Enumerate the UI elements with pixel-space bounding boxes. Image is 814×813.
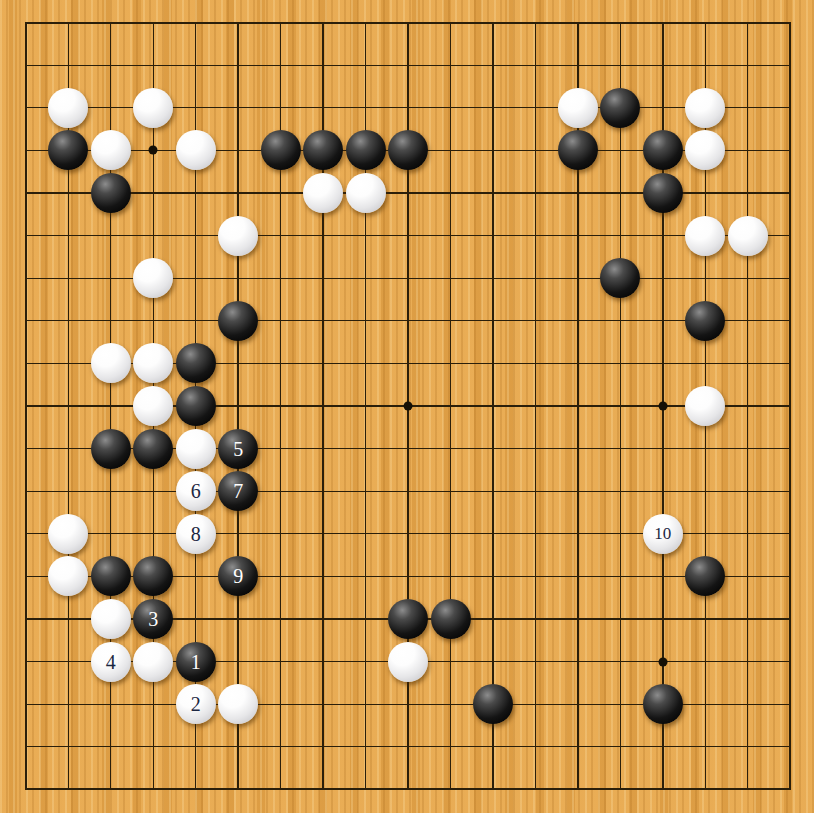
- stone-black: [303, 130, 343, 170]
- stone-white: [91, 130, 131, 170]
- grid-line-horizontal: [25, 491, 791, 492]
- move-number-label: 6: [191, 481, 201, 501]
- stone-white: [48, 514, 88, 554]
- stone-white: [685, 130, 725, 170]
- stone-white: 2: [176, 684, 216, 724]
- move-number-label: 7: [233, 481, 243, 501]
- stone-white: [558, 88, 598, 128]
- grid-line-vertical: [492, 22, 493, 791]
- stone-white: [685, 216, 725, 256]
- go-board[interactable]: 56781093412: [0, 0, 814, 813]
- stone-white: [218, 684, 258, 724]
- grid-line-vertical: [747, 22, 748, 791]
- stone-black: [91, 429, 131, 469]
- stone-black: 7: [218, 471, 258, 511]
- stone-white: [48, 556, 88, 596]
- stone-black: [48, 130, 88, 170]
- stone-white: [685, 386, 725, 426]
- stone-black: [91, 173, 131, 213]
- stone-white: [346, 173, 386, 213]
- stone-white: [133, 642, 173, 682]
- stone-black: 5: [218, 429, 258, 469]
- move-number-label: 2: [191, 694, 201, 714]
- stone-black: [388, 599, 428, 639]
- star-point: [404, 402, 413, 411]
- stone-black: [643, 173, 683, 213]
- stone-black: [431, 599, 471, 639]
- grid-line-horizontal: [25, 746, 791, 747]
- star-point: [658, 402, 667, 411]
- stone-black: 1: [176, 642, 216, 682]
- stone-black: [176, 386, 216, 426]
- stone-white: [176, 429, 216, 469]
- move-number-label: 5: [233, 439, 243, 459]
- stone-black: [133, 429, 173, 469]
- stone-black: [643, 130, 683, 170]
- stone-white: 6: [176, 471, 216, 511]
- move-number-label: 1: [191, 652, 201, 672]
- grid-line-vertical: [789, 22, 791, 791]
- stone-white: [91, 599, 131, 639]
- stone-black: [133, 556, 173, 596]
- stone-black: 3: [133, 599, 173, 639]
- stone-black: [685, 301, 725, 341]
- stone-white: 10: [643, 514, 683, 554]
- stone-white: [91, 343, 131, 383]
- move-number-label: 10: [654, 525, 671, 542]
- stone-black: [685, 556, 725, 596]
- move-number-label: 3: [148, 609, 158, 629]
- move-number-label: 4: [106, 652, 116, 672]
- star-point: [658, 657, 667, 666]
- grid-line-vertical: [450, 22, 451, 791]
- stone-black: [346, 130, 386, 170]
- stone-white: [48, 88, 88, 128]
- stone-white: [303, 173, 343, 213]
- stone-white: [133, 88, 173, 128]
- stone-black: [600, 258, 640, 298]
- stone-white: [133, 386, 173, 426]
- stone-white: [728, 216, 768, 256]
- stone-black: [600, 88, 640, 128]
- stone-white: [218, 216, 258, 256]
- star-point: [149, 146, 158, 155]
- move-number-label: 8: [191, 524, 201, 544]
- stone-white: [133, 258, 173, 298]
- stone-white: 8: [176, 514, 216, 554]
- stone-black: [558, 130, 598, 170]
- stone-black: [473, 684, 513, 724]
- stone-black: [261, 130, 301, 170]
- stone-black: 9: [218, 556, 258, 596]
- stone-black: [388, 130, 428, 170]
- stone-white: [176, 130, 216, 170]
- stone-black: [91, 556, 131, 596]
- grid-line-vertical: [535, 22, 536, 791]
- stone-black: [643, 684, 683, 724]
- stone-white: [685, 88, 725, 128]
- stone-white: [133, 343, 173, 383]
- stone-white: [388, 642, 428, 682]
- stone-white: 4: [91, 642, 131, 682]
- stone-black: [218, 301, 258, 341]
- stone-black: [176, 343, 216, 383]
- move-number-label: 9: [233, 566, 243, 586]
- grid-line-vertical: [620, 22, 621, 791]
- grid-line-horizontal: [25, 788, 791, 790]
